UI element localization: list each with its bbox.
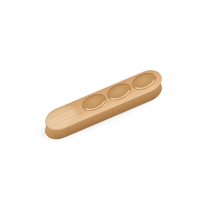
- product-photo: [0, 0, 200, 200]
- wood-tray-illustration: [0, 0, 200, 200]
